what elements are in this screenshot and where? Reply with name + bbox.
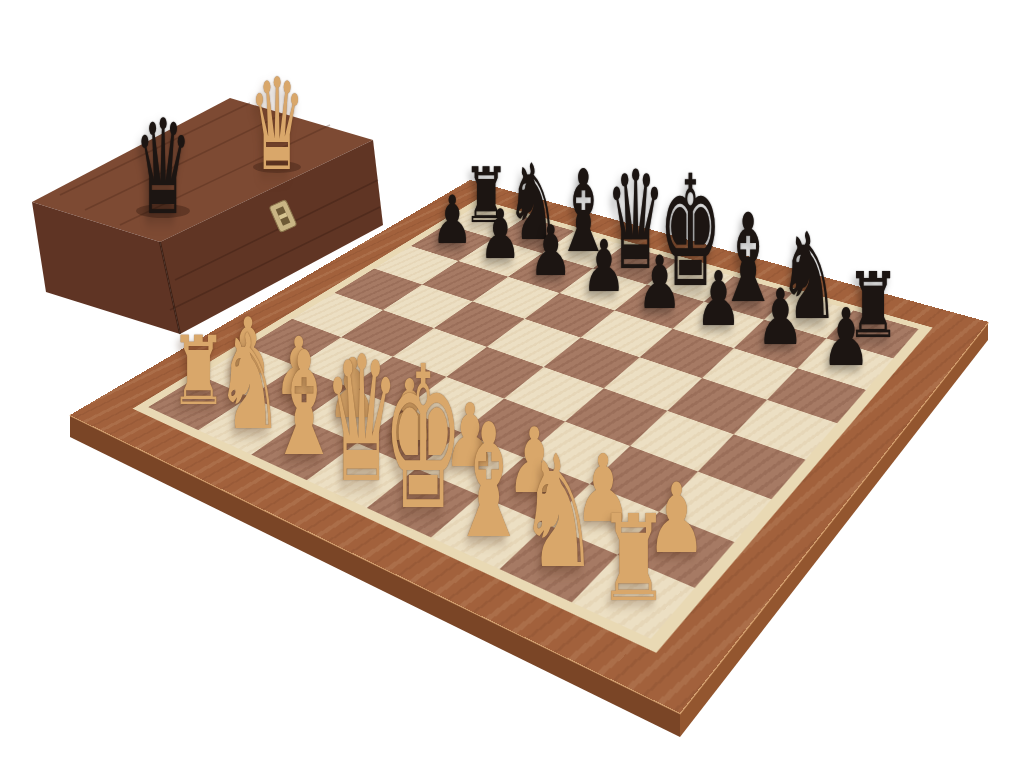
piece-black-pawn-b7[interactable]: ♟ bbox=[479, 202, 521, 270]
piece-black-pawn-g7[interactable]: ♟ bbox=[757, 280, 805, 357]
piece-white-knight-g1[interactable]: ♞ bbox=[519, 437, 598, 592]
piece-black-pawn-c7[interactable]: ♟ bbox=[529, 216, 572, 286]
piece-white-rook-h1[interactable]: ♜ bbox=[598, 499, 669, 618]
piece-white-bishop-f1[interactable]: ♝ bbox=[448, 403, 529, 561]
box-piece-black-queen[interactable]: ♛ bbox=[134, 103, 191, 234]
box-piece-white-queen[interactable]: ♛ bbox=[249, 62, 305, 189]
piece-black-pawn-a7[interactable]: ♟ bbox=[432, 188, 473, 254]
piece-black-pawn-h7[interactable]: ♟ bbox=[822, 299, 871, 378]
piece-black-pawn-e7[interactable]: ♟ bbox=[637, 246, 682, 319]
piece-black-pawn-d7[interactable]: ♟ bbox=[582, 231, 626, 302]
scene: ♜♞♝♛♚♝♞♜♟♟♟♟♟♟♟♟♟♟♟♟♟♟♟♟♜♞♝♛♚♝♞♜♛♛ bbox=[0, 0, 1024, 768]
piece-black-pawn-f7[interactable]: ♟ bbox=[695, 263, 742, 338]
